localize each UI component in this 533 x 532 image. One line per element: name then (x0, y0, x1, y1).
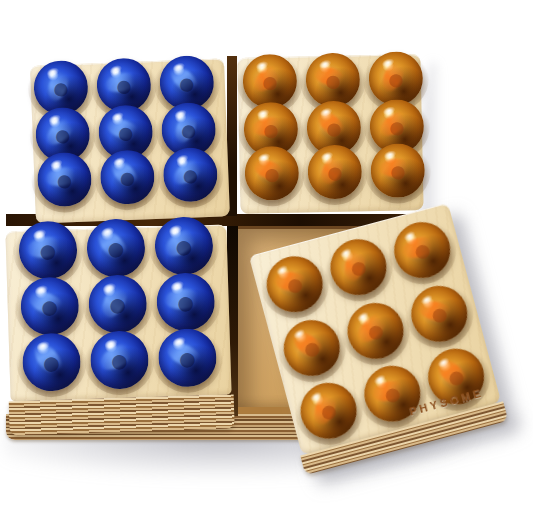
product-photo: ●●●●●●●●● ●●●●●●●●● ●●●●●●●●● ●●●●●●●●● … (0, 0, 533, 532)
marble-orange[interactable]: ● (324, 233, 393, 302)
marble-glyph: ● (325, 156, 344, 187)
marble-glyph: ● (173, 229, 195, 264)
marble-blue[interactable]: ● (22, 332, 82, 392)
cell-r1c3[interactable]: ● (381, 208, 464, 291)
marble-glyph: ● (362, 313, 389, 349)
marble-orange[interactable]: ● (358, 359, 427, 428)
cell-r2c1[interactable]: ● (270, 306, 353, 389)
marble-glyph: ● (323, 64, 342, 95)
marble-blue[interactable]: ● (90, 330, 150, 390)
marble-blue[interactable]: ● (158, 328, 218, 388)
marble-blue[interactable]: ● (36, 152, 92, 208)
marble-glyph: ● (51, 72, 71, 104)
cell-r1c1[interactable]: ● (253, 243, 336, 326)
quadrant-top-right-cells: ●●●●●●●●● (237, 54, 420, 58)
marble-glyph: ● (388, 155, 407, 186)
quadrant-bottom-left[interactable]: ●●●●●●●●● (5, 225, 231, 402)
cell-r1c2[interactable]: ● (317, 226, 400, 309)
marble-glyph: ● (54, 164, 74, 196)
marble-glyph: ● (109, 343, 131, 378)
marble-glyph: ● (345, 249, 372, 285)
marble-glyph: ● (177, 67, 197, 99)
marble-glyph: ● (443, 359, 470, 395)
marble-glyph: ● (409, 232, 436, 268)
quadrant-bottom-left-cells: ●●●●●●●●● (5, 225, 226, 232)
marble-glyph: ● (105, 231, 127, 266)
marble-glyph: ● (117, 161, 137, 193)
quadrant-top-left-cells: ●●●●●●●●● (30, 58, 224, 65)
marble-orange[interactable]: ● (307, 144, 362, 199)
cell-r3c2[interactable]: ● (83, 324, 155, 396)
marble-blue[interactable]: ● (162, 147, 218, 203)
marble-blue[interactable]: ● (99, 149, 155, 205)
cell-r3c1[interactable]: ● (15, 326, 87, 398)
marble-orange[interactable]: ● (341, 297, 410, 366)
quadrant-top-right[interactable]: ●●●●●●●●● (237, 54, 423, 214)
cell-r3c1[interactable]: ● (238, 140, 305, 207)
marble-glyph: ● (386, 63, 405, 94)
cell-r2c2[interactable]: ● (334, 289, 417, 372)
marble-glyph: ● (260, 66, 279, 97)
cell-r2c3[interactable]: ● (398, 272, 481, 355)
marble-glyph: ● (379, 376, 406, 412)
marble-orange[interactable]: ● (277, 314, 346, 383)
cell-r3c2[interactable]: ● (301, 138, 368, 205)
marble-glyph: ● (426, 296, 453, 332)
marble-glyph: ● (315, 393, 342, 429)
cell-r3c3[interactable]: ● (151, 322, 223, 394)
marble-orange[interactable]: ● (294, 377, 363, 446)
marble-glyph: ● (114, 69, 134, 101)
marble-glyph: ● (177, 341, 199, 376)
marble-glyph: ● (262, 158, 281, 189)
marble-orange[interactable]: ● (370, 143, 425, 198)
marble-glyph: ● (39, 289, 61, 324)
marble-glyph: ● (281, 266, 308, 302)
marble-orange[interactable]: ● (260, 250, 329, 319)
cell-r3c1[interactable]: ● (30, 145, 98, 213)
marble-glyph: ● (175, 285, 197, 320)
cell-r3c3[interactable]: ● (156, 140, 224, 208)
tray-plywood-edge (9, 394, 235, 435)
cell-r3c3[interactable]: ● (364, 137, 431, 204)
marble-glyph: ● (41, 345, 63, 380)
marble-orange[interactable]: ● (405, 280, 474, 349)
quadrant-top-left[interactable]: ●●●●●●●●● (30, 58, 230, 223)
cell-r3c2[interactable]: ● (93, 143, 161, 211)
marble-orange[interactable]: ● (388, 216, 457, 285)
marble-orange[interactable]: ● (244, 146, 299, 201)
marble-glyph: ● (107, 287, 129, 322)
marble-glyph: ● (180, 159, 200, 191)
marble-glyph: ● (298, 330, 325, 366)
marble-glyph: ● (37, 233, 59, 268)
